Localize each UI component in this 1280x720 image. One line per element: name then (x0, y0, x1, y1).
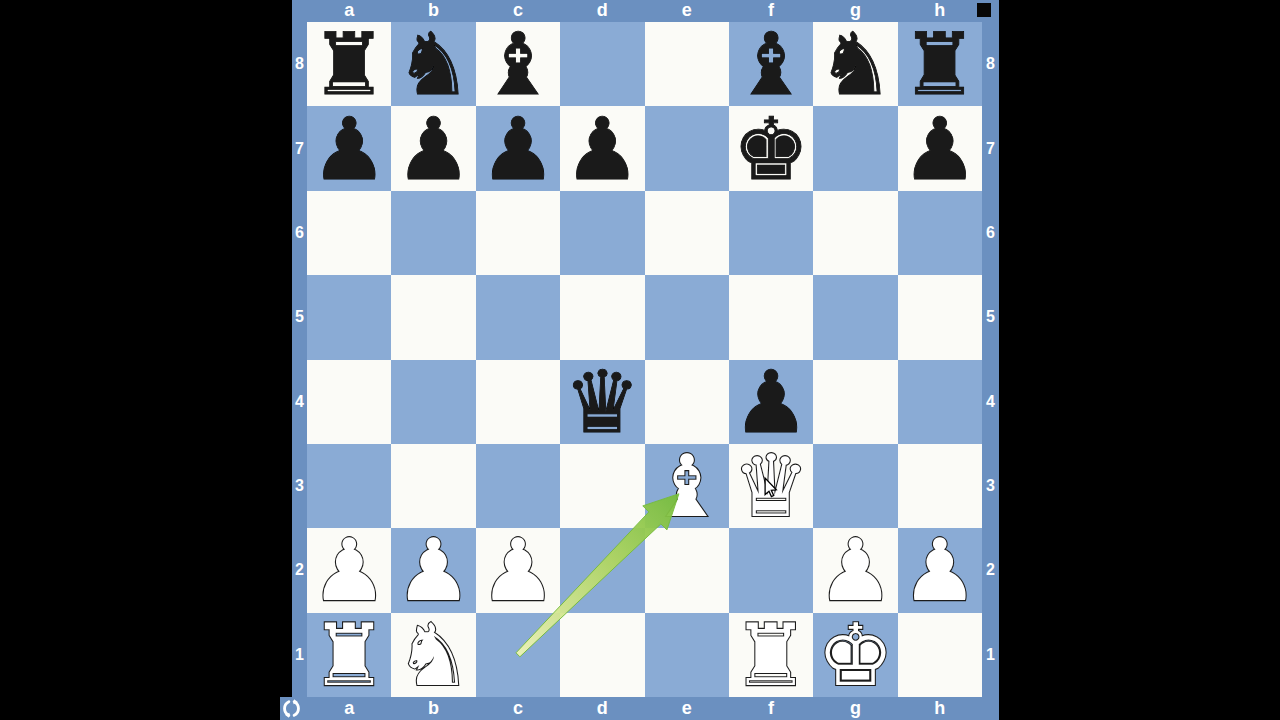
square-b2[interactable]: ♟ (391, 528, 475, 612)
black-pawn-f4[interactable]: ♟ (733, 360, 810, 444)
rank-label-right-3: 3 (986, 478, 995, 494)
flip-board-icon[interactable] (282, 699, 301, 718)
square-d1[interactable] (560, 613, 644, 697)
rank-label-left-2: 2 (295, 562, 304, 578)
black-queen-d4[interactable]: ♛ (564, 360, 641, 444)
rank-label-left-5: 5 (295, 309, 304, 325)
square-d5[interactable] (560, 275, 644, 359)
square-a2[interactable]: ♟ (307, 528, 391, 612)
rank-label-right-7: 7 (986, 141, 995, 157)
square-f3[interactable]: ♛ (729, 444, 813, 528)
white-queen-f3[interactable]: ♛ (733, 444, 810, 528)
square-a8[interactable]: ♜ (307, 22, 391, 106)
white-pawn-b2[interactable]: ♟ (395, 528, 472, 612)
square-b5[interactable] (391, 275, 475, 359)
black-rook-a8[interactable]: ♜ (311, 22, 388, 106)
rank-label-left-8: 8 (295, 56, 304, 72)
square-g4[interactable] (813, 360, 897, 444)
board-middle: 87654321 ♜♞♝♝♞♜♟♟♟♟♚♟♛♟♝♛♟♟♟♟♟♜♞♜♚ 87654… (292, 22, 999, 697)
square-g5[interactable] (813, 275, 897, 359)
rank-labels-right: 87654321 (982, 22, 999, 697)
file-labels-bottom: abcdefgh (292, 697, 999, 720)
white-pawn-c2[interactable]: ♟ (479, 528, 556, 612)
square-e1[interactable] (645, 613, 729, 697)
black-pawn-h7[interactable]: ♟ (901, 107, 978, 191)
square-c1[interactable] (476, 613, 560, 697)
square-e7[interactable] (645, 106, 729, 190)
square-c2[interactable]: ♟ (476, 528, 560, 612)
square-h2[interactable]: ♟ (898, 528, 982, 612)
rank-label-left-6: 6 (295, 225, 304, 241)
square-e3[interactable]: ♝ (645, 444, 729, 528)
board-frame: abcdefgh 87654321 ♜♞♝♝♞♜♟♟♟♟♚♟♛♟♝♛♟♟♟♟♟♜… (292, 0, 999, 720)
corner-marker (977, 3, 991, 17)
rank-label-right-8: 8 (986, 56, 995, 72)
square-d6[interactable] (560, 191, 644, 275)
square-f8[interactable]: ♝ (729, 22, 813, 106)
square-a6[interactable] (307, 191, 391, 275)
white-king-g1[interactable]: ♚ (817, 613, 894, 697)
square-h1[interactable] (898, 613, 982, 697)
file-label-a-bottom: a (344, 699, 354, 717)
square-c7[interactable]: ♟ (476, 106, 560, 190)
file-label-d-top: d (597, 1, 608, 19)
rank-label-left-1: 1 (295, 647, 304, 663)
file-label-f-bottom: f (768, 699, 774, 717)
square-e6[interactable] (645, 191, 729, 275)
square-f5[interactable] (729, 275, 813, 359)
square-a7[interactable]: ♟ (307, 106, 391, 190)
rank-label-left-7: 7 (295, 141, 304, 157)
square-d3[interactable] (560, 444, 644, 528)
square-b3[interactable] (391, 444, 475, 528)
square-h8[interactable]: ♜ (898, 22, 982, 106)
square-e4[interactable] (645, 360, 729, 444)
square-c8[interactable]: ♝ (476, 22, 560, 106)
rank-label-right-2: 2 (986, 562, 995, 578)
square-h5[interactable] (898, 275, 982, 359)
square-a5[interactable] (307, 275, 391, 359)
rank-label-right-1: 1 (986, 647, 995, 663)
white-knight-b1[interactable]: ♞ (395, 613, 472, 697)
black-pawn-c7[interactable]: ♟ (479, 107, 556, 191)
square-f7[interactable]: ♚ (729, 106, 813, 190)
square-e2[interactable] (645, 528, 729, 612)
square-b7[interactable]: ♟ (391, 106, 475, 190)
square-a4[interactable] (307, 360, 391, 444)
square-g8[interactable]: ♞ (813, 22, 897, 106)
square-c4[interactable] (476, 360, 560, 444)
black-pawn-a7[interactable]: ♟ (311, 107, 388, 191)
black-knight-g8[interactable]: ♞ (817, 22, 894, 106)
black-king-f7[interactable]: ♚ (733, 107, 810, 191)
square-a3[interactable] (307, 444, 391, 528)
square-g2[interactable]: ♟ (813, 528, 897, 612)
square-g6[interactable] (813, 191, 897, 275)
black-bishop-c8[interactable]: ♝ (479, 22, 556, 106)
square-c6[interactable] (476, 191, 560, 275)
rank-label-left-3: 3 (295, 478, 304, 494)
square-e5[interactable] (645, 275, 729, 359)
square-f4[interactable]: ♟ (729, 360, 813, 444)
file-label-e-top: e (682, 1, 692, 19)
square-e8[interactable] (645, 22, 729, 106)
file-label-h-bottom: h (934, 699, 945, 717)
white-pawn-a2[interactable]: ♟ (311, 528, 388, 612)
square-g1[interactable]: ♚ (813, 613, 897, 697)
rank-label-left-4: 4 (295, 394, 304, 410)
square-d8[interactable] (560, 22, 644, 106)
square-b6[interactable] (391, 191, 475, 275)
square-f1[interactable]: ♜ (729, 613, 813, 697)
file-label-b-bottom: b (428, 699, 439, 717)
black-knight-b8[interactable]: ♞ (395, 22, 472, 106)
rank-labels-left: 87654321 (292, 22, 307, 697)
file-label-e-bottom: e (682, 699, 692, 717)
square-d4[interactable]: ♛ (560, 360, 644, 444)
square-c5[interactable] (476, 275, 560, 359)
black-bishop-f8[interactable]: ♝ (733, 22, 810, 106)
black-pawn-b7[interactable]: ♟ (395, 107, 472, 191)
square-d7[interactable]: ♟ (560, 106, 644, 190)
black-rook-h8[interactable]: ♜ (901, 22, 978, 106)
rank-label-right-5: 5 (986, 309, 995, 325)
square-b1[interactable]: ♞ (391, 613, 475, 697)
square-d2[interactable] (560, 528, 644, 612)
square-g7[interactable] (813, 106, 897, 190)
black-pawn-d7[interactable]: ♟ (564, 107, 641, 191)
file-label-c-bottom: c (513, 699, 523, 717)
rank-label-right-6: 6 (986, 225, 995, 241)
file-label-g-bottom: g (850, 699, 861, 717)
square-f2[interactable] (729, 528, 813, 612)
file-label-d-bottom: d (597, 699, 608, 717)
square-h7[interactable]: ♟ (898, 106, 982, 190)
square-g3[interactable] (813, 444, 897, 528)
white-bishop-e3[interactable]: ♝ (648, 444, 725, 528)
white-pawn-g2[interactable]: ♟ (817, 528, 894, 612)
square-h3[interactable] (898, 444, 982, 528)
square-f6[interactable] (729, 191, 813, 275)
chess-board: ♜♞♝♝♞♜♟♟♟♟♚♟♛♟♝♛♟♟♟♟♟♜♞♜♚ (307, 22, 982, 697)
white-pawn-h2[interactable]: ♟ (901, 528, 978, 612)
square-b4[interactable] (391, 360, 475, 444)
square-a1[interactable]: ♜ (307, 613, 391, 697)
video-frame: abcdefgh 87654321 ♜♞♝♝♞♜♟♟♟♟♚♟♛♟♝♛♟♟♟♟♟♜… (0, 0, 1280, 720)
square-h6[interactable] (898, 191, 982, 275)
white-rook-f1[interactable]: ♜ (733, 613, 810, 697)
white-rook-a1[interactable]: ♜ (311, 613, 388, 697)
square-b8[interactable]: ♞ (391, 22, 475, 106)
square-h4[interactable] (898, 360, 982, 444)
rank-label-right-4: 4 (986, 394, 995, 410)
square-c3[interactable] (476, 444, 560, 528)
